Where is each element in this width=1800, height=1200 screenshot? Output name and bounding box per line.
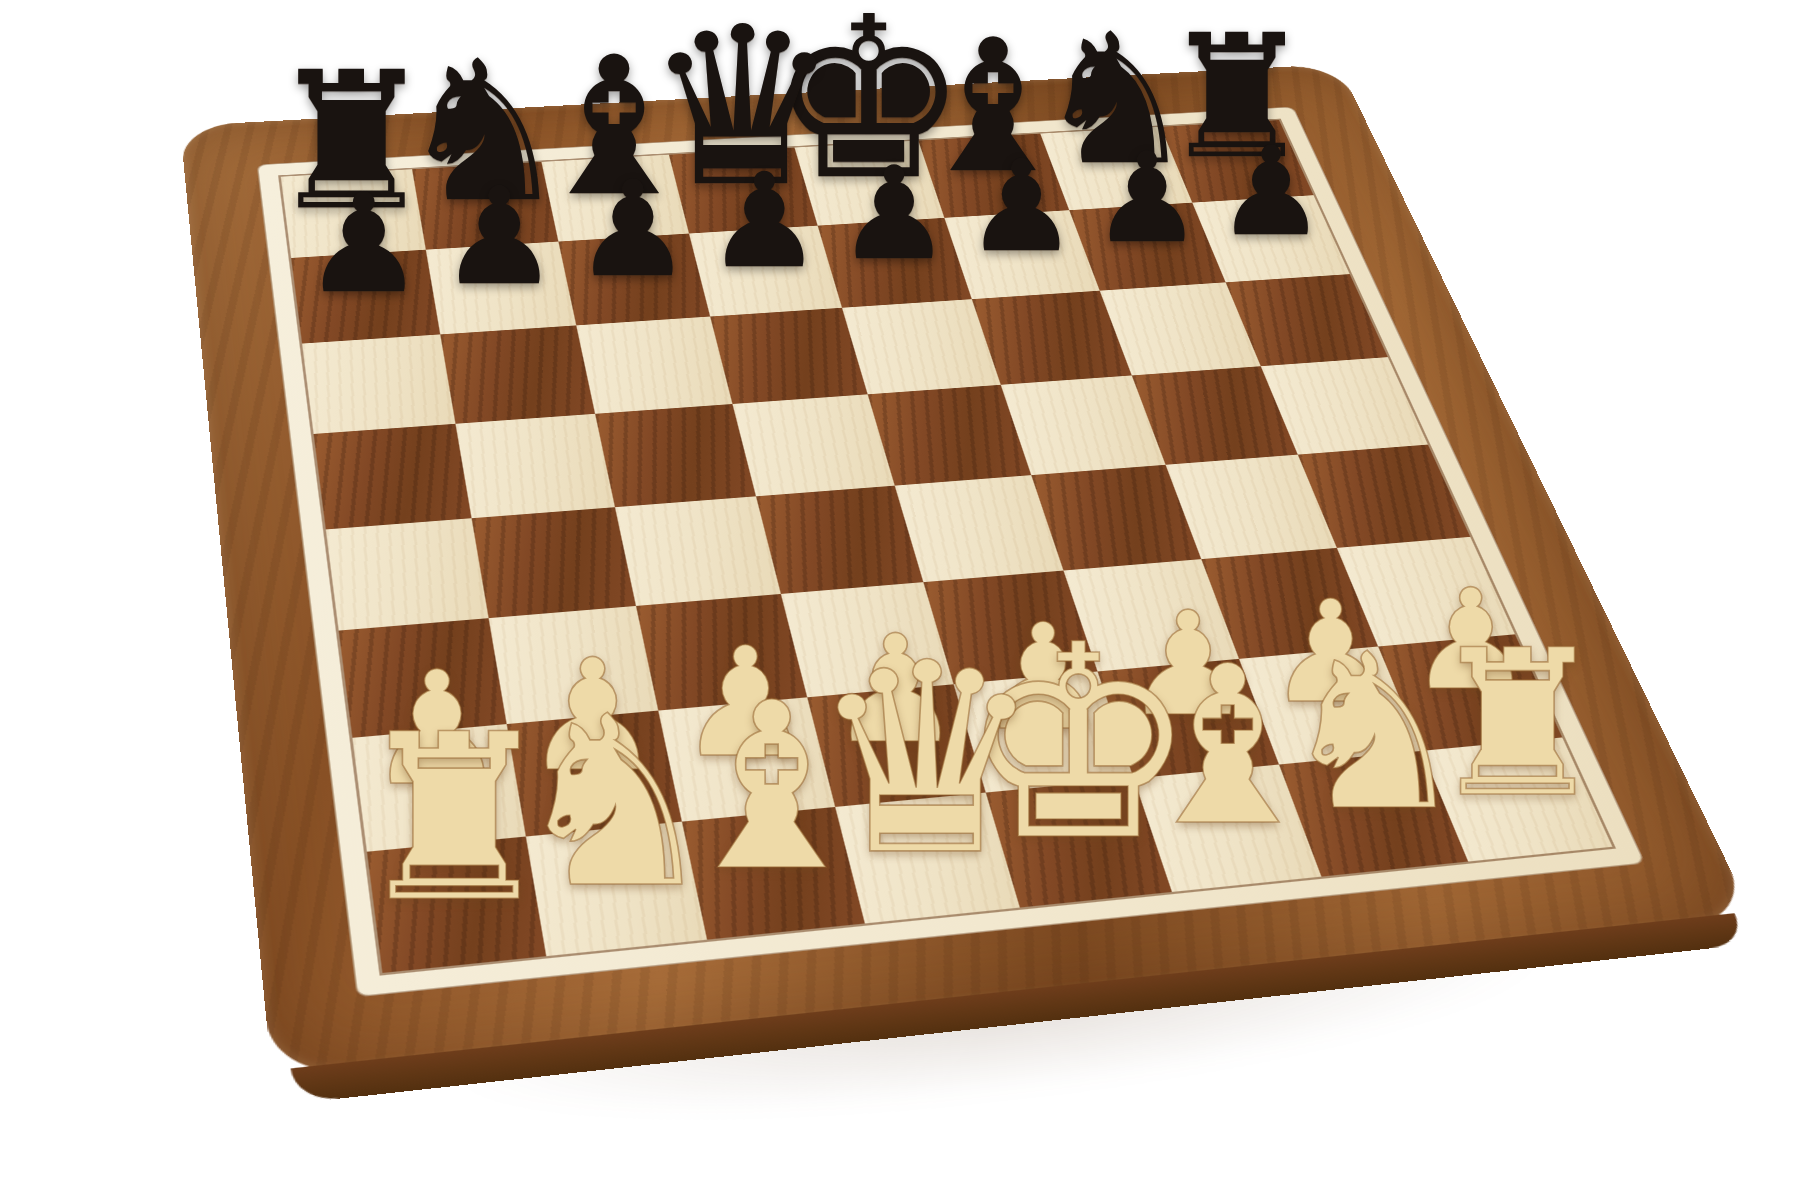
piece-black-pawn-e7[interactable]: ♟: [836, 150, 951, 279]
square-c4[interactable]: [615, 496, 781, 606]
square-c6[interactable]: [576, 317, 732, 414]
square-a5[interactable]: [314, 424, 472, 530]
square-d4[interactable]: [756, 486, 923, 594]
square-b4[interactable]: [472, 507, 636, 618]
piece-black-pawn-h7[interactable]: ♟: [1216, 131, 1326, 254]
square-a4[interactable]: [326, 518, 489, 630]
piece-black-pawn-c7[interactable]: ♟: [574, 163, 693, 296]
piece-black-pawn-f7[interactable]: ♟: [965, 143, 1079, 270]
square-b5[interactable]: [455, 414, 614, 518]
square-c5[interactable]: [595, 404, 756, 507]
piece-black-pawn-b7[interactable]: ♟: [439, 170, 560, 305]
square-d5[interactable]: [732, 394, 894, 496]
piece-black-pawn-g7[interactable]: ♟: [1091, 137, 1203, 262]
piece-black-pawn-a7[interactable]: ♟: [303, 176, 426, 313]
photo-stage: ♜♞♝♛♚♝♞♜♟♟♟♟♟♟♟♟♟♟♟♟♟♟♟♟♜♞♝♛♚♝♞♜: [0, 0, 1800, 1200]
piece-white-rook-a1[interactable]: ♜: [351, 705, 557, 935]
square-b6[interactable]: [440, 325, 595, 423]
square-a6[interactable]: [302, 334, 455, 434]
square-d6[interactable]: [710, 308, 868, 404]
piece-black-pawn-d7[interactable]: ♟: [706, 156, 823, 287]
